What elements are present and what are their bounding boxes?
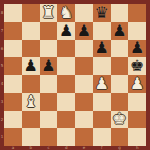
piece-white-knight[interactable]: ♞ <box>59 4 73 20</box>
square-c5[interactable]: ♟ <box>40 57 58 75</box>
square-f5[interactable] <box>93 57 111 75</box>
square-h2[interactable] <box>128 111 146 129</box>
square-c1[interactable] <box>40 128 58 146</box>
piece-white-bishop[interactable]: ♝ <box>23 93 37 109</box>
square-a1[interactable] <box>4 128 22 146</box>
square-h1[interactable] <box>128 128 146 146</box>
square-b7[interactable] <box>22 22 40 40</box>
square-e7[interactable]: ♟ <box>75 22 93 40</box>
square-d2[interactable] <box>57 111 75 129</box>
square-a7[interactable] <box>4 22 22 40</box>
square-b6[interactable] <box>22 40 40 58</box>
square-a6[interactable] <box>4 40 22 58</box>
square-a2[interactable] <box>4 111 22 129</box>
square-g3[interactable] <box>111 93 129 111</box>
square-e1[interactable] <box>75 128 93 146</box>
square-d4[interactable] <box>57 75 75 93</box>
piece-black-pawn[interactable]: ♟ <box>130 40 144 56</box>
square-g8[interactable] <box>111 4 129 22</box>
square-h3[interactable] <box>128 93 146 111</box>
square-d3[interactable] <box>57 93 75 111</box>
square-b1[interactable] <box>22 128 40 146</box>
chess-board: ♜♞♛♟♟♟♟♟♟♟♚♟♟♝♚ <box>4 4 146 146</box>
square-d8[interactable]: ♞ <box>57 4 75 22</box>
chess-diagram: ♜♞♛♟♟♟♟♟♟♟♚♟♟♝♚ 87654321abcdefgh <box>0 0 150 150</box>
piece-black-pawn[interactable]: ♟ <box>77 22 91 38</box>
square-g1[interactable] <box>111 128 129 146</box>
square-c3[interactable] <box>40 93 58 111</box>
square-f1[interactable] <box>93 128 111 146</box>
square-e6[interactable] <box>75 40 93 58</box>
piece-black-pawn[interactable]: ♟ <box>59 22 73 38</box>
square-h5[interactable]: ♚ <box>128 57 146 75</box>
square-b2[interactable] <box>22 111 40 129</box>
square-b3[interactable]: ♝ <box>22 93 40 111</box>
square-h7[interactable] <box>128 22 146 40</box>
piece-black-queen[interactable]: ♛ <box>94 4 108 20</box>
square-f8[interactable]: ♛ <box>93 4 111 22</box>
square-d7[interactable]: ♟ <box>57 22 75 40</box>
square-f2[interactable] <box>93 111 111 129</box>
square-f7[interactable] <box>93 22 111 40</box>
square-e8[interactable] <box>75 4 93 22</box>
square-a3[interactable] <box>4 93 22 111</box>
square-h4[interactable]: ♟ <box>128 75 146 93</box>
piece-black-king[interactable]: ♚ <box>130 58 144 74</box>
square-g7[interactable]: ♟ <box>111 22 129 40</box>
square-g6[interactable] <box>111 40 129 58</box>
piece-white-pawn[interactable]: ♟ <box>94 75 108 91</box>
square-c2[interactable] <box>40 111 58 129</box>
square-f3[interactable] <box>93 93 111 111</box>
piece-black-pawn[interactable]: ♟ <box>94 40 108 56</box>
square-e2[interactable] <box>75 111 93 129</box>
square-g4[interactable] <box>111 75 129 93</box>
square-a8[interactable] <box>4 4 22 22</box>
square-g2[interactable]: ♚ <box>111 111 129 129</box>
square-d5[interactable] <box>57 57 75 75</box>
square-c8[interactable]: ♜ <box>40 4 58 22</box>
square-h6[interactable]: ♟ <box>128 40 146 58</box>
piece-white-pawn[interactable]: ♟ <box>130 75 144 91</box>
square-a5[interactable] <box>4 57 22 75</box>
square-h8[interactable] <box>128 4 146 22</box>
square-d6[interactable] <box>57 40 75 58</box>
square-e4[interactable] <box>75 75 93 93</box>
piece-white-rook[interactable]: ♜ <box>41 4 55 20</box>
square-f6[interactable]: ♟ <box>93 40 111 58</box>
board-border: ♜♞♛♟♟♟♟♟♟♟♚♟♟♝♚ <box>0 0 150 150</box>
square-b5[interactable]: ♟ <box>22 57 40 75</box>
square-c6[interactable] <box>40 40 58 58</box>
piece-white-king[interactable]: ♚ <box>112 111 126 127</box>
piece-black-pawn[interactable]: ♟ <box>112 22 126 38</box>
square-f4[interactable]: ♟ <box>93 75 111 93</box>
square-b4[interactable] <box>22 75 40 93</box>
square-d1[interactable] <box>57 128 75 146</box>
square-b8[interactable] <box>22 4 40 22</box>
piece-black-pawn[interactable]: ♟ <box>23 58 37 74</box>
square-e5[interactable] <box>75 57 93 75</box>
square-g5[interactable] <box>111 57 129 75</box>
square-a4[interactable] <box>4 75 22 93</box>
square-c7[interactable] <box>40 22 58 40</box>
square-e3[interactable] <box>75 93 93 111</box>
square-c4[interactable] <box>40 75 58 93</box>
piece-black-pawn[interactable]: ♟ <box>41 58 55 74</box>
